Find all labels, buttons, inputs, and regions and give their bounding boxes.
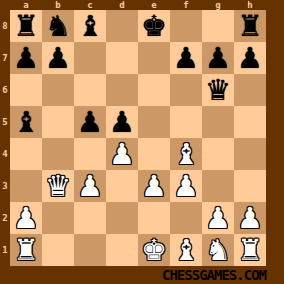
black-pawn-c5: ♟	[77, 106, 103, 138]
square-b3: ♛	[42, 170, 74, 202]
square-e3: ♟	[138, 170, 170, 202]
square-a3	[10, 170, 42, 202]
chess-diagram-frame: abcdefgh 87654321 ♜♞♝♚♜♟♟♟♟♟♛♝♟♟♟♝♛♟♟♟♟♟…	[0, 0, 284, 284]
white-queen-b3: ♛	[45, 170, 71, 202]
square-c3: ♟	[74, 170, 106, 202]
square-d4: ♟	[106, 138, 138, 170]
square-b5	[42, 106, 74, 138]
black-pawn-f7: ♟	[173, 42, 199, 74]
white-rook-h1: ♜	[237, 234, 263, 266]
square-h3	[234, 170, 266, 202]
square-h1: ♜	[234, 234, 266, 266]
black-knight-b8: ♞	[45, 10, 71, 42]
square-d1	[106, 234, 138, 266]
black-pawn-g7: ♟	[205, 42, 231, 74]
square-a4	[10, 138, 42, 170]
white-bishop-f1: ♝	[173, 234, 199, 266]
site-watermark: CHESSGAMES.COM	[162, 267, 266, 283]
square-f5	[170, 106, 202, 138]
file-label-d: d	[106, 0, 138, 10]
square-b7: ♟	[42, 42, 74, 74]
square-f1: ♝	[170, 234, 202, 266]
rank-label-6: 6	[0, 74, 10, 106]
square-f4: ♝	[170, 138, 202, 170]
file-label-e: e	[138, 0, 170, 10]
square-d8	[106, 10, 138, 42]
white-pawn-d4: ♟	[109, 138, 135, 170]
rank-label-8: 8	[0, 10, 10, 42]
black-pawn-b7: ♟	[45, 42, 71, 74]
square-g7: ♟	[202, 42, 234, 74]
square-c4	[74, 138, 106, 170]
square-e1: ♚	[138, 234, 170, 266]
square-f6	[170, 74, 202, 106]
square-e7	[138, 42, 170, 74]
file-label-f: f	[170, 0, 202, 10]
file-label-g: g	[202, 0, 234, 10]
rank-label-4: 4	[0, 138, 10, 170]
rank-label-3: 3	[0, 170, 10, 202]
square-e2	[138, 202, 170, 234]
white-pawn-c3: ♟	[77, 170, 103, 202]
file-labels: abcdefgh	[10, 0, 266, 10]
rank-label-1: 1	[0, 234, 10, 266]
square-b1	[42, 234, 74, 266]
square-h8: ♜	[234, 10, 266, 42]
black-king-e8: ♚	[141, 10, 167, 42]
square-a5: ♝	[10, 106, 42, 138]
square-c5: ♟	[74, 106, 106, 138]
square-g4	[202, 138, 234, 170]
file-label-h: h	[234, 0, 266, 10]
white-pawn-h2: ♟	[237, 202, 263, 234]
square-h7: ♟	[234, 42, 266, 74]
rank-label-5: 5	[0, 106, 10, 138]
square-c2	[74, 202, 106, 234]
square-g3	[202, 170, 234, 202]
white-knight-g1: ♞	[205, 234, 231, 266]
rank-labels: 87654321	[0, 10, 10, 266]
square-f8	[170, 10, 202, 42]
black-pawn-d5: ♟	[109, 106, 135, 138]
white-rook-a1: ♜	[13, 234, 39, 266]
square-b6	[42, 74, 74, 106]
file-label-b: b	[42, 0, 74, 10]
white-pawn-e3: ♟	[141, 170, 167, 202]
square-g2: ♟	[202, 202, 234, 234]
square-d7	[106, 42, 138, 74]
square-g8	[202, 10, 234, 42]
square-e8: ♚	[138, 10, 170, 42]
white-king-e1: ♚	[141, 234, 167, 266]
square-e6	[138, 74, 170, 106]
white-pawn-a2: ♟	[13, 202, 39, 234]
black-rook-a8: ♜	[13, 10, 39, 42]
white-bishop-f4: ♝	[173, 138, 199, 170]
square-a7: ♟	[10, 42, 42, 74]
square-a2: ♟	[10, 202, 42, 234]
white-pawn-f3: ♟	[173, 170, 199, 202]
square-c8: ♝	[74, 10, 106, 42]
file-label-c: c	[74, 0, 106, 10]
square-b2	[42, 202, 74, 234]
square-g1: ♞	[202, 234, 234, 266]
square-h2: ♟	[234, 202, 266, 234]
black-pawn-h7: ♟	[237, 42, 263, 74]
black-rook-h8: ♜	[237, 10, 263, 42]
black-pawn-a7: ♟	[13, 42, 39, 74]
square-f7: ♟	[170, 42, 202, 74]
square-d5: ♟	[106, 106, 138, 138]
square-f3: ♟	[170, 170, 202, 202]
square-f2	[170, 202, 202, 234]
black-bishop-c8: ♝	[77, 10, 103, 42]
square-e5	[138, 106, 170, 138]
square-c1	[74, 234, 106, 266]
chess-board: ♜♞♝♚♜♟♟♟♟♟♛♝♟♟♟♝♛♟♟♟♟♟♟♜♚♝♞♜	[10, 10, 266, 266]
black-bishop-a5: ♝	[13, 106, 39, 138]
black-queen-g6: ♛	[205, 74, 231, 106]
rank-label-2: 2	[0, 202, 10, 234]
square-h4	[234, 138, 266, 170]
square-c6	[74, 74, 106, 106]
square-b8: ♞	[42, 10, 74, 42]
square-a1: ♜	[10, 234, 42, 266]
file-label-a: a	[10, 0, 42, 10]
square-g6: ♛	[202, 74, 234, 106]
rank-label-7: 7	[0, 42, 10, 74]
square-h6	[234, 74, 266, 106]
square-g5	[202, 106, 234, 138]
white-pawn-g2: ♟	[205, 202, 231, 234]
square-d6	[106, 74, 138, 106]
square-b4	[42, 138, 74, 170]
square-e4	[138, 138, 170, 170]
square-d3	[106, 170, 138, 202]
square-d2	[106, 202, 138, 234]
square-h5	[234, 106, 266, 138]
square-a8: ♜	[10, 10, 42, 42]
square-c7	[74, 42, 106, 74]
square-a6	[10, 74, 42, 106]
